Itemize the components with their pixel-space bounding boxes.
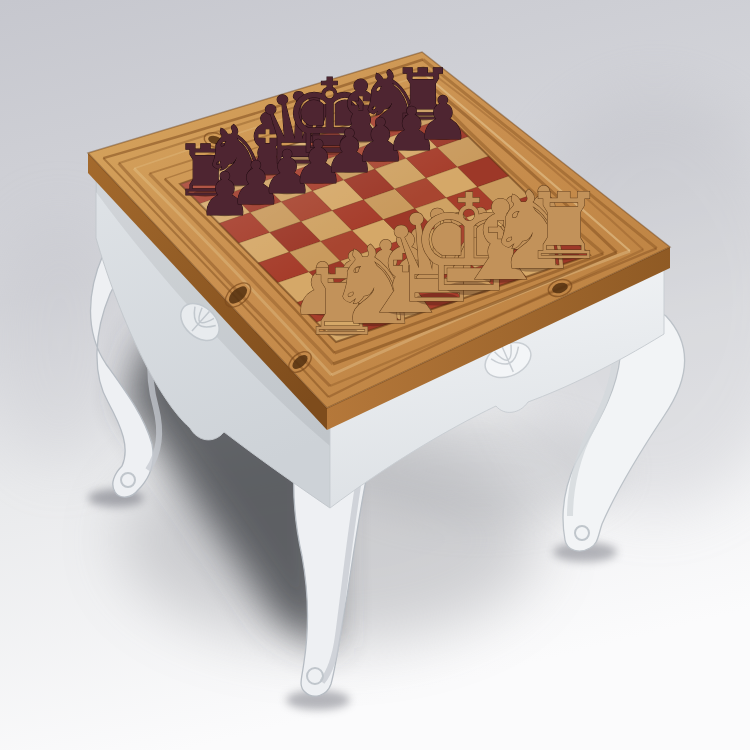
- piece-glyph: ♜: [523, 174, 605, 279]
- piece-glyph: ♟: [416, 83, 470, 153]
- piece-dark-pawn-h7: ♟: [416, 83, 470, 153]
- piece-light-rook-h1: ♜: [523, 174, 605, 279]
- chess-table-photo: ♜♞♝♛♚♝♞♜♟♟♟♟♟♟♟♟♟♟♟♟♟♟♟♟♜♞♝♛♚♝♞♜: [0, 0, 750, 750]
- scene-svg: ♜♞♝♛♚♝♞♜♟♟♟♟♟♟♟♟♟♟♟♟♟♟♟♟♜♞♝♛♚♝♞♜: [0, 0, 750, 750]
